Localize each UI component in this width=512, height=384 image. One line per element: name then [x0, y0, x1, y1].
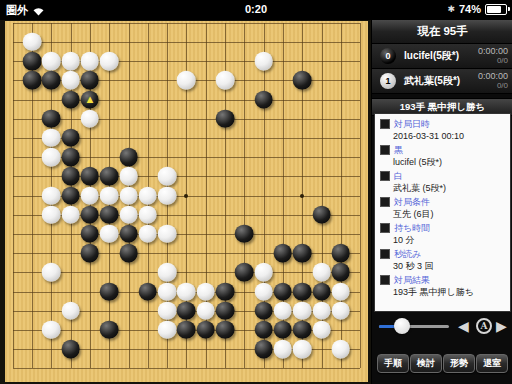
white-stone [42, 321, 61, 340]
player-clock: 0:00:000/0 [478, 71, 508, 90]
bluetooth-icon: ✱ [447, 4, 455, 14]
black-stone [100, 321, 119, 340]
white-stone [42, 263, 61, 282]
black-stone [331, 244, 350, 263]
detail-label-row: 秒読み [375, 247, 510, 260]
detail-label: 対局日時 [394, 118, 430, 130]
detail-label-row: 黒 [375, 143, 510, 156]
black-stone [119, 148, 138, 167]
white-stone [138, 225, 157, 244]
battery-percent: 74% [459, 3, 481, 15]
player-clock: 0:00:000/0 [478, 46, 508, 65]
auto-play-button[interactable]: A [476, 318, 492, 334]
white-stone-icon: 1 [380, 73, 396, 89]
black-stone [331, 263, 350, 282]
white-stone [81, 109, 100, 128]
black-stone [100, 167, 119, 186]
grid-line [360, 23, 361, 369]
detail-label-row: 持ち時間 [375, 221, 510, 234]
white-stone [42, 186, 61, 205]
black-stone [312, 282, 331, 301]
black-stone [254, 340, 273, 359]
white-stone [138, 186, 157, 205]
star-point [184, 194, 188, 198]
detail-label-row: 対局結果 [375, 273, 510, 286]
move-counter: 現在 95手 [372, 20, 512, 44]
black-stone [138, 282, 157, 301]
black-stone [42, 71, 61, 90]
black-stone [61, 129, 80, 148]
black-stone [235, 225, 254, 244]
black-stone [196, 321, 215, 340]
white-stone [42, 52, 61, 71]
white-stone [61, 301, 80, 320]
detail-label: 対局条件 [394, 196, 430, 208]
white-stone [274, 301, 293, 320]
black-stone [61, 167, 80, 186]
white-stone [177, 282, 196, 301]
detail-label: 秒読み [394, 248, 421, 260]
grid-line [13, 234, 360, 235]
black-stone [254, 90, 273, 109]
black-stone [23, 52, 42, 71]
player-row-black: 0lucifel(5段*)0:00:000/0 [372, 44, 512, 69]
white-stone [331, 340, 350, 359]
black-stone [42, 109, 61, 128]
player-name: lucifel(5段*) [404, 44, 459, 68]
player-name: 武礼葉(5段*) [404, 69, 460, 93]
black-stone [274, 321, 293, 340]
bullet-square-icon [380, 249, 390, 259]
white-stone [158, 263, 177, 282]
white-stone [158, 321, 177, 340]
move-slider[interactable] [379, 325, 449, 328]
black-stone [216, 282, 235, 301]
bullet-square-icon [380, 119, 390, 129]
black-stone [81, 205, 100, 224]
player-list: 0lucifel(5段*)0:00:000/01武礼葉(5段*)0:00:000… [372, 44, 512, 94]
white-stone [42, 148, 61, 167]
grid-line [13, 272, 360, 273]
white-stone [293, 301, 312, 320]
black-stone [216, 109, 235, 128]
status-clock: 0:20 [0, 3, 512, 15]
black-stone [100, 282, 119, 301]
black-stone [293, 244, 312, 263]
black-stone [81, 225, 100, 244]
white-stone [42, 129, 61, 148]
game-info-panel: 対局日時2016-03-31 00:10黒lucifel (5段*)白武礼葉 (… [374, 113, 511, 312]
status-bar: 圏外 0:20 ✱ 74% [0, 0, 512, 20]
black-stone [293, 282, 312, 301]
black-stone [119, 225, 138, 244]
white-stone [119, 186, 138, 205]
black-stone [254, 301, 273, 320]
black-stone [81, 167, 100, 186]
white-stone [61, 205, 80, 224]
bullet-square-icon [380, 171, 390, 181]
black-stone [216, 301, 235, 320]
action-button-row: 手順検討形勢退室 [372, 344, 512, 382]
bullet-square-icon [380, 275, 390, 285]
detail-label: 対局結果 [394, 274, 430, 286]
slider-knob[interactable] [394, 318, 410, 334]
bullet-square-icon [380, 197, 390, 207]
white-stone [254, 52, 273, 71]
detail-label-row: 対局日時 [375, 117, 510, 130]
white-stone [100, 186, 119, 205]
black-stone [274, 244, 293, 263]
white-stone [100, 52, 119, 71]
app-screen: 圏外 0:20 ✱ 74% ▲ 現在 95手 0lucifel(5段*)0:00… [0, 0, 512, 384]
detail-label-row: 対局条件 [375, 195, 510, 208]
detail-value: lucifel (5段*) [375, 156, 510, 169]
grid-line [244, 23, 245, 369]
white-stone [312, 263, 331, 282]
black-stone [274, 282, 293, 301]
black-stone-icon: 0 [380, 48, 396, 64]
black-stone [177, 321, 196, 340]
black-stone [216, 321, 235, 340]
white-stone [254, 263, 273, 282]
white-stone [23, 33, 42, 52]
white-stone [138, 205, 157, 224]
detail-label: 白 [394, 170, 403, 182]
white-stone [196, 301, 215, 320]
moves-button[interactable]: 手順 [377, 354, 409, 373]
white-stone [158, 301, 177, 320]
black-stone [81, 71, 100, 90]
white-stone [216, 71, 235, 90]
battery-icon [485, 4, 507, 15]
white-stone [81, 52, 100, 71]
black-stone [100, 205, 119, 224]
player-row-white: 1武礼葉(5段*)0:00:000/0 [372, 69, 512, 94]
black-stone [61, 148, 80, 167]
review-button[interactable]: 検討 [410, 354, 442, 373]
black-stone [254, 321, 273, 340]
black-stone [61, 90, 80, 109]
white-stone [196, 282, 215, 301]
go-board[interactable]: ▲ [5, 21, 368, 382]
leave-button[interactable]: 退室 [476, 354, 508, 373]
star-point [300, 194, 304, 198]
detail-value: 互先 (6目) [375, 208, 510, 221]
white-stone [61, 52, 80, 71]
white-stone [331, 282, 350, 301]
black-stone [293, 321, 312, 340]
black-stone [81, 244, 100, 263]
white-stone [158, 282, 177, 301]
black-stone [312, 205, 331, 224]
white-stone [312, 301, 331, 320]
black-stone [293, 71, 312, 90]
step-back-button[interactable]: ◀ [458, 318, 469, 334]
bullet-square-icon [380, 145, 390, 155]
black-stone [235, 263, 254, 282]
white-stone [254, 282, 273, 301]
white-stone [42, 205, 61, 224]
black-stone [61, 340, 80, 359]
step-forward-button[interactable]: ▶ [496, 318, 507, 334]
territory-button[interactable]: 形勢 [443, 354, 475, 373]
detail-label: 持ち時間 [394, 222, 430, 234]
white-stone [158, 225, 177, 244]
white-stone [177, 71, 196, 90]
white-stone [274, 340, 293, 359]
black-stone [23, 71, 42, 90]
white-stone [312, 321, 331, 340]
board-frame: ▲ [0, 20, 371, 384]
detail-value: 193手 黒中押し勝ち [375, 286, 510, 299]
white-stone [119, 205, 138, 224]
black-stone [119, 244, 138, 263]
detail-label: 黒 [394, 144, 403, 156]
white-stone [119, 167, 138, 186]
detail-value: 武礼葉 (5段*) [375, 182, 510, 195]
white-stone [331, 301, 350, 320]
white-stone [158, 186, 177, 205]
white-stone [100, 225, 119, 244]
white-stone [61, 71, 80, 90]
playback-controls: ◀ A ▶ [372, 314, 512, 340]
detail-value: 30 秒 3 回 [375, 260, 510, 273]
last-move-marker: ▲ [84, 94, 95, 105]
detail-label-row: 白 [375, 169, 510, 182]
black-stone [177, 301, 196, 320]
white-stone [81, 186, 100, 205]
white-stone [158, 167, 177, 186]
black-stone [61, 186, 80, 205]
bullet-square-icon [380, 223, 390, 233]
detail-value: 2016-03-31 00:10 [375, 130, 510, 143]
game-sidebar: 現在 95手 0lucifel(5段*)0:00:000/01武礼葉(5段*)0… [371, 20, 512, 384]
white-stone [293, 340, 312, 359]
detail-value: 10 分 [375, 234, 510, 247]
grid-line [13, 368, 360, 369]
